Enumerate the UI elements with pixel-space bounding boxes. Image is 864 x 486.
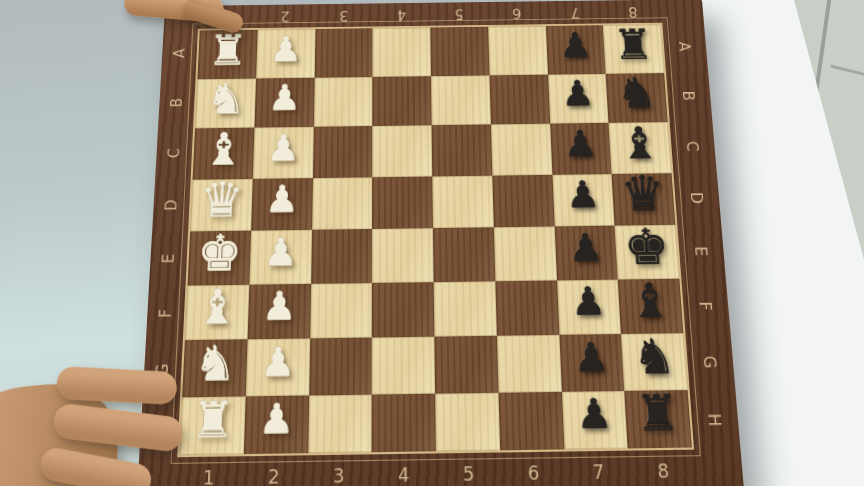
hand-fingers-top-left xyxy=(124,0,274,32)
square-g5[interactable] xyxy=(434,336,498,393)
coordinate-label-7: 7 xyxy=(565,451,632,486)
square-d2[interactable]: ♟ xyxy=(251,178,313,231)
square-d5[interactable] xyxy=(432,175,493,228)
white-pawn-c2[interactable]: ♟ xyxy=(253,122,314,174)
white-pawn-f2[interactable]: ♟ xyxy=(247,278,310,334)
coordinate-label-E: E xyxy=(673,229,731,274)
coordinate-label-3: 3 xyxy=(314,3,372,27)
black-knight-b8[interactable]: ♞ xyxy=(606,68,668,118)
square-b3[interactable] xyxy=(313,77,372,127)
black-queen-d8[interactable]: ♛ xyxy=(611,168,675,221)
square-g4[interactable] xyxy=(372,337,435,394)
chess-board: 12345678 12345678 ABCDEFGH ABCDEFGH ♜♟♟♜… xyxy=(137,0,744,486)
square-a2[interactable]: ♟ xyxy=(256,29,315,78)
square-f2[interactable]: ♟ xyxy=(247,283,310,339)
white-king-e1[interactable]: ♚ xyxy=(188,226,251,280)
black-pawn-g7[interactable]: ♟ xyxy=(559,329,624,386)
square-a3[interactable] xyxy=(314,28,372,77)
black-bishop-c8[interactable]: ♝ xyxy=(608,117,671,168)
square-e7[interactable]: ♟ xyxy=(554,226,618,280)
square-b6[interactable] xyxy=(489,74,549,124)
black-pawn-a7[interactable]: ♟ xyxy=(545,21,605,70)
tile-grout-line xyxy=(830,64,864,78)
square-c6[interactable] xyxy=(491,124,552,176)
square-e5[interactable] xyxy=(433,227,495,281)
coordinate-label-F: F xyxy=(677,283,736,329)
coordinate-label-4: 4 xyxy=(372,3,430,27)
square-d3[interactable] xyxy=(312,177,373,230)
square-f7[interactable]: ♟ xyxy=(557,279,622,335)
coordinate-label-4: 4 xyxy=(371,453,436,486)
fingertip xyxy=(180,0,245,35)
square-h5[interactable] xyxy=(435,392,500,451)
playing-area: ♜♟♟♜♞♟♟♞♝♟♟♝♛♟♟♛♚♟♟♚♝♟♟♝♞♟♟♞♜♟♟♜ xyxy=(177,23,694,458)
white-pawn-g2[interactable]: ♟ xyxy=(246,333,310,390)
coordinate-label-3: 3 xyxy=(306,454,371,486)
square-h6[interactable] xyxy=(498,391,564,450)
square-f1[interactable]: ♝ xyxy=(185,284,249,340)
square-b7[interactable]: ♟ xyxy=(548,73,609,123)
coordinate-label-5: 5 xyxy=(436,453,502,486)
white-pawn-d2[interactable]: ♟ xyxy=(251,173,313,226)
square-e8[interactable]: ♚ xyxy=(615,225,680,279)
black-bishop-f8[interactable]: ♝ xyxy=(618,273,683,329)
square-e6[interactable] xyxy=(494,226,557,280)
square-d7[interactable]: ♟ xyxy=(552,174,615,227)
square-a1[interactable]: ♜ xyxy=(197,30,257,79)
black-pawn-e7[interactable]: ♟ xyxy=(554,221,618,275)
square-f4[interactable] xyxy=(372,282,434,338)
white-bishop-f1[interactable]: ♝ xyxy=(185,279,249,335)
coordinate-label-C: C xyxy=(665,125,721,167)
coordinate-label-5: 5 xyxy=(430,2,488,26)
black-pawn-b7[interactable]: ♟ xyxy=(547,69,608,119)
square-c4[interactable] xyxy=(372,125,432,177)
square-g8[interactable]: ♞ xyxy=(621,333,687,390)
coordinate-label-6: 6 xyxy=(500,452,566,486)
white-pawn-h2[interactable]: ♟ xyxy=(244,390,309,449)
square-e1[interactable]: ♚ xyxy=(188,231,251,285)
square-e4[interactable] xyxy=(372,228,433,282)
square-d4[interactable] xyxy=(372,176,433,229)
square-b1[interactable]: ♞ xyxy=(195,78,256,128)
square-a8[interactable]: ♜ xyxy=(603,24,664,73)
square-h7[interactable]: ♟ xyxy=(561,390,628,449)
square-h4[interactable] xyxy=(372,393,436,452)
white-bishop-c1[interactable]: ♝ xyxy=(193,123,255,175)
coordinate-label-H: H xyxy=(685,396,745,445)
black-rook-h8[interactable]: ♜ xyxy=(624,384,691,443)
white-pawn-e2[interactable]: ♟ xyxy=(249,225,311,279)
black-king-e8[interactable]: ♚ xyxy=(614,220,678,274)
hand-bottom-left xyxy=(0,353,223,486)
square-f6[interactable] xyxy=(495,280,559,336)
coordinate-label-6: 6 xyxy=(488,1,547,25)
white-rook-a1[interactable]: ♜ xyxy=(198,25,258,74)
square-a5[interactable] xyxy=(430,27,489,76)
square-c2[interactable]: ♟ xyxy=(253,127,314,179)
square-c5[interactable] xyxy=(432,124,493,176)
coordinate-label-G: G xyxy=(681,339,740,386)
square-b8[interactable]: ♞ xyxy=(606,73,668,123)
black-rook-a8[interactable]: ♜ xyxy=(603,20,664,69)
square-f5[interactable] xyxy=(434,281,497,337)
square-h8[interactable]: ♜ xyxy=(624,390,691,449)
black-pawn-c7[interactable]: ♟ xyxy=(549,118,611,169)
coordinate-label-D: D xyxy=(669,176,726,220)
black-pawn-f7[interactable]: ♟ xyxy=(556,274,621,330)
coordinate-label-8: 8 xyxy=(630,450,698,486)
square-e3[interactable] xyxy=(311,229,373,283)
square-b4[interactable] xyxy=(372,76,431,126)
black-knight-g8[interactable]: ♞ xyxy=(621,328,687,385)
square-g7[interactable]: ♟ xyxy=(559,334,625,391)
black-pawn-h7[interactable]: ♟ xyxy=(561,385,627,444)
chess-board-wrapper: 12345678 12345678 ABCDEFGH ABCDEFGH ♜♟♟♜… xyxy=(137,0,744,486)
coordinate-label-A: A xyxy=(658,27,713,67)
black-pawn-d7[interactable]: ♟ xyxy=(552,169,615,222)
square-b2[interactable]: ♟ xyxy=(254,77,314,127)
square-h3[interactable] xyxy=(308,394,372,453)
square-h2[interactable]: ♟ xyxy=(244,395,309,454)
square-c3[interactable] xyxy=(312,126,372,178)
square-g3[interactable] xyxy=(309,338,372,395)
square-b5[interactable] xyxy=(431,75,491,125)
white-pawn-b2[interactable]: ♟ xyxy=(254,73,314,123)
square-e2[interactable]: ♟ xyxy=(249,230,311,284)
square-a4[interactable] xyxy=(373,28,431,77)
square-f3[interactable] xyxy=(310,283,372,339)
square-d6[interactable] xyxy=(492,174,554,227)
coordinate-label-2: 2 xyxy=(240,455,306,486)
square-c7[interactable]: ♟ xyxy=(550,123,612,175)
coordinate-label-B: B xyxy=(661,75,716,116)
index-finger xyxy=(56,366,178,405)
white-queen-d1[interactable]: ♛ xyxy=(190,174,252,227)
photo-scene: 12345678 12345678 ABCDEFGH ABCDEFGH ♜♟♟♜… xyxy=(0,0,864,486)
square-a7[interactable]: ♟ xyxy=(545,25,605,74)
square-g6[interactable] xyxy=(497,335,562,392)
square-a6[interactable] xyxy=(488,26,548,75)
white-knight-b1[interactable]: ♞ xyxy=(195,73,256,123)
square-g2[interactable]: ♟ xyxy=(245,338,309,395)
square-f8[interactable]: ♝ xyxy=(618,278,683,334)
